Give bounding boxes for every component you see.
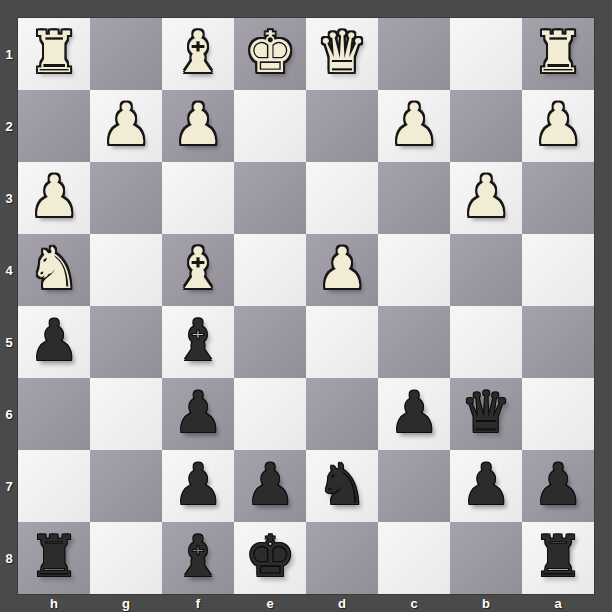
- rank-labels: 12345678: [0, 18, 18, 594]
- square-g7[interactable]: [90, 450, 162, 522]
- piece-black-pawn-e7[interactable]: ♟: [244, 450, 295, 520]
- file-label-e: e: [234, 594, 306, 612]
- file-label-c: c: [378, 594, 450, 612]
- square-b6[interactable]: ♛: [450, 378, 522, 450]
- square-a4[interactable]: [522, 234, 594, 306]
- piece-white-rook-a1[interactable]: ♜: [532, 18, 583, 88]
- file-label-d: d: [306, 594, 378, 612]
- piece-black-rook-a8[interactable]: ♜: [532, 522, 583, 592]
- square-h4[interactable]: ♞: [18, 234, 90, 306]
- square-f4[interactable]: ♝: [162, 234, 234, 306]
- rank-label-7: 7: [0, 450, 18, 522]
- square-c7[interactable]: [378, 450, 450, 522]
- square-g8[interactable]: [90, 522, 162, 594]
- rank-label-2: 2: [0, 90, 18, 162]
- square-e6[interactable]: [234, 378, 306, 450]
- square-c1[interactable]: [378, 18, 450, 90]
- square-h7[interactable]: [18, 450, 90, 522]
- square-a8[interactable]: ♜: [522, 522, 594, 594]
- piece-white-rook-h1[interactable]: ♜: [28, 18, 79, 88]
- file-label-b: b: [450, 594, 522, 612]
- piece-black-pawn-c6[interactable]: ♟: [388, 378, 439, 448]
- square-d8[interactable]: [306, 522, 378, 594]
- piece-black-pawn-f6[interactable]: ♟: [172, 378, 223, 448]
- square-h5[interactable]: ♟: [18, 306, 90, 378]
- square-e1[interactable]: ♚: [234, 18, 306, 90]
- square-d4[interactable]: ♟: [306, 234, 378, 306]
- piece-black-pawn-f7[interactable]: ♟: [172, 450, 223, 520]
- piece-black-pawn-a7[interactable]: ♟: [532, 450, 583, 520]
- file-label-f: f: [162, 594, 234, 612]
- square-g6[interactable]: [90, 378, 162, 450]
- piece-black-pawn-h5[interactable]: ♟: [28, 306, 79, 376]
- file-label-h: h: [18, 594, 90, 612]
- square-e8[interactable]: ♚: [234, 522, 306, 594]
- piece-black-rook-h8[interactable]: ♜: [28, 522, 79, 592]
- rank-label-5: 5: [0, 306, 18, 378]
- square-c3[interactable]: [378, 162, 450, 234]
- piece-white-pawn-g2[interactable]: ♟: [100, 90, 151, 160]
- square-d3[interactable]: [306, 162, 378, 234]
- square-e3[interactable]: [234, 162, 306, 234]
- piece-white-bishop-f4[interactable]: ♝: [172, 234, 223, 304]
- square-a5[interactable]: [522, 306, 594, 378]
- rank-label-6: 6: [0, 378, 18, 450]
- rank-label-8: 8: [0, 522, 18, 594]
- square-h1[interactable]: ♜: [18, 18, 90, 90]
- square-d2[interactable]: [306, 90, 378, 162]
- piece-white-knight-h4[interactable]: ♞: [28, 234, 79, 304]
- square-f5[interactable]: ♝: [162, 306, 234, 378]
- square-e5[interactable]: [234, 306, 306, 378]
- square-a6[interactable]: [522, 378, 594, 450]
- square-b5[interactable]: [450, 306, 522, 378]
- square-c4[interactable]: [378, 234, 450, 306]
- square-b7[interactable]: ♟: [450, 450, 522, 522]
- square-f2[interactable]: ♟: [162, 90, 234, 162]
- file-label-g: g: [90, 594, 162, 612]
- square-c6[interactable]: ♟: [378, 378, 450, 450]
- piece-black-bishop-f8[interactable]: ♝: [172, 522, 223, 592]
- square-f1[interactable]: ♝: [162, 18, 234, 90]
- square-b2[interactable]: [450, 90, 522, 162]
- rank-label-4: 4: [0, 234, 18, 306]
- square-d1[interactable]: ♛: [306, 18, 378, 90]
- square-d5[interactable]: [306, 306, 378, 378]
- square-g3[interactable]: [90, 162, 162, 234]
- square-e2[interactable]: [234, 90, 306, 162]
- piece-white-pawn-c2[interactable]: ♟: [388, 90, 439, 160]
- square-b1[interactable]: [450, 18, 522, 90]
- square-f6[interactable]: ♟: [162, 378, 234, 450]
- piece-white-king-e1[interactable]: ♚: [244, 18, 295, 88]
- square-a7[interactable]: ♟: [522, 450, 594, 522]
- rank-label-3: 3: [0, 162, 18, 234]
- square-g4[interactable]: [90, 234, 162, 306]
- square-d7[interactable]: ♞: [306, 450, 378, 522]
- square-f8[interactable]: ♝: [162, 522, 234, 594]
- square-a1[interactable]: ♜: [522, 18, 594, 90]
- square-h6[interactable]: [18, 378, 90, 450]
- square-h3[interactable]: ♟: [18, 162, 90, 234]
- square-b4[interactable]: [450, 234, 522, 306]
- piece-white-pawn-f2[interactable]: ♟: [172, 90, 223, 160]
- chess-board-frame: 12345678 ♜♝♚♛♜♟♟♟♟♟♟♞♝♟♟♝♟♟♛♟♟♞♟♟♜♝♚♜ hg…: [0, 0, 612, 612]
- piece-white-queen-d1[interactable]: ♛: [316, 18, 367, 88]
- piece-white-bishop-f1[interactable]: ♝: [172, 18, 223, 88]
- piece-black-bishop-f5[interactable]: ♝: [172, 306, 223, 376]
- piece-black-pawn-b7[interactable]: ♟: [460, 450, 511, 520]
- square-b3[interactable]: ♟: [450, 162, 522, 234]
- file-labels: hgfedcba: [18, 594, 594, 612]
- square-e7[interactable]: ♟: [234, 450, 306, 522]
- square-f7[interactable]: ♟: [162, 450, 234, 522]
- square-d6[interactable]: [306, 378, 378, 450]
- square-g1[interactable]: [90, 18, 162, 90]
- square-h2[interactable]: [18, 90, 90, 162]
- square-c8[interactable]: [378, 522, 450, 594]
- square-c5[interactable]: [378, 306, 450, 378]
- piece-white-pawn-h3[interactable]: ♟: [28, 162, 79, 232]
- square-a3[interactable]: [522, 162, 594, 234]
- square-h8[interactable]: ♜: [18, 522, 90, 594]
- square-b8[interactable]: [450, 522, 522, 594]
- file-label-a: a: [522, 594, 594, 612]
- piece-black-knight-d7[interactable]: ♞: [316, 450, 367, 520]
- square-a2[interactable]: ♟: [522, 90, 594, 162]
- rank-label-1: 1: [0, 18, 18, 90]
- square-c2[interactable]: ♟: [378, 90, 450, 162]
- piece-white-pawn-b3[interactable]: ♟: [460, 162, 511, 232]
- square-f3[interactable]: [162, 162, 234, 234]
- square-g2[interactable]: ♟: [90, 90, 162, 162]
- piece-white-pawn-d4[interactable]: ♟: [316, 234, 367, 304]
- chess-board: ♜♝♚♛♜♟♟♟♟♟♟♞♝♟♟♝♟♟♛♟♟♞♟♟♜♝♚♜: [18, 18, 594, 594]
- square-g5[interactable]: [90, 306, 162, 378]
- piece-black-queen-b6[interactable]: ♛: [460, 378, 511, 448]
- piece-black-king-e8[interactable]: ♚: [244, 522, 295, 592]
- piece-white-pawn-a2[interactable]: ♟: [532, 90, 583, 160]
- square-e4[interactable]: [234, 234, 306, 306]
